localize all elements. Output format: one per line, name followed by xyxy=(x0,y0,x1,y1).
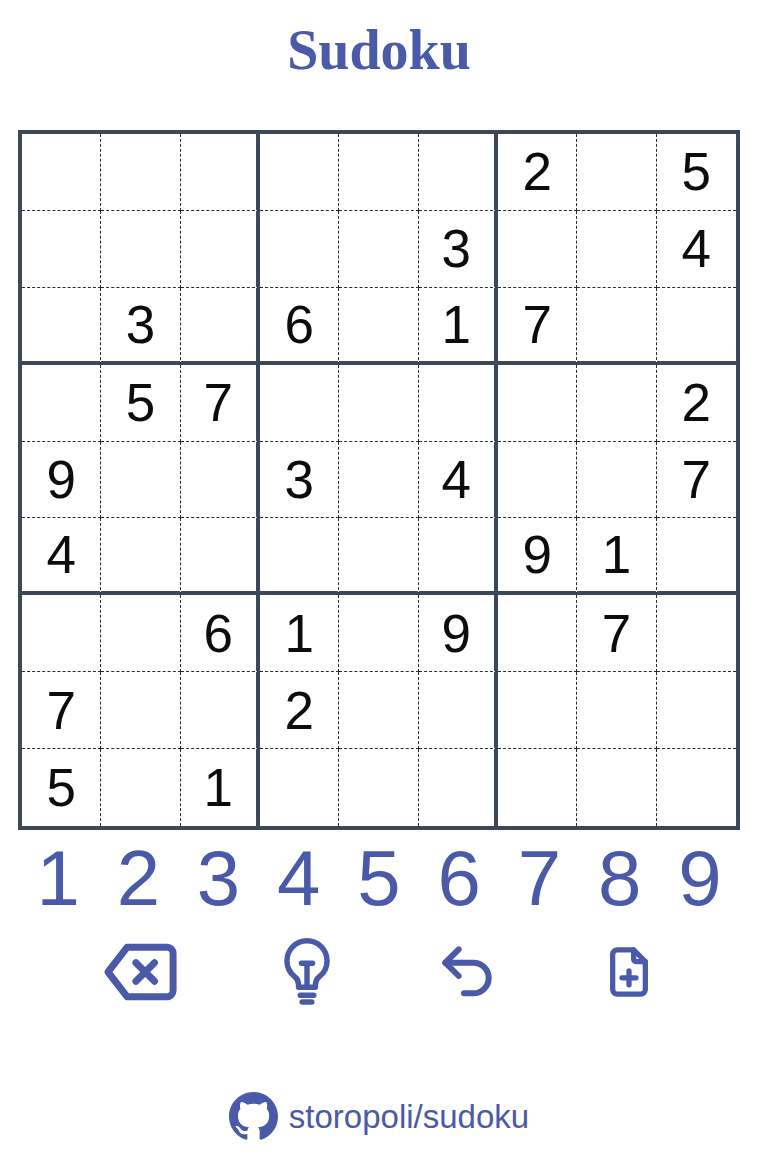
cell-r4c4[interactable] xyxy=(260,365,339,442)
cell-r3c4[interactable]: 6 xyxy=(260,288,339,365)
cell-r6c8[interactable]: 1 xyxy=(577,518,656,595)
cell-r6c9[interactable] xyxy=(657,518,736,595)
cell-r3c3[interactable] xyxy=(181,288,260,365)
cell-r3c5[interactable] xyxy=(339,288,418,365)
cell-r9c7[interactable] xyxy=(498,749,577,826)
cell-r1c4[interactable] xyxy=(260,134,339,211)
cell-r1c7[interactable]: 2 xyxy=(498,134,577,211)
numpad-5-button[interactable]: 5 xyxy=(339,836,419,920)
cell-r6c7[interactable]: 9 xyxy=(498,518,577,595)
cell-r6c5[interactable] xyxy=(339,518,418,595)
number-pad: 123456789 xyxy=(18,836,740,920)
cell-r9c3[interactable]: 1 xyxy=(181,749,260,826)
cell-r1c9[interactable]: 5 xyxy=(657,134,736,211)
cell-r8c8[interactable] xyxy=(577,672,656,749)
new-game-button[interactable] xyxy=(601,934,657,1010)
cell-r9c8[interactable] xyxy=(577,749,656,826)
cell-r4c8[interactable] xyxy=(577,365,656,442)
cell-r2c8[interactable] xyxy=(577,211,656,288)
numpad-1-button[interactable]: 1 xyxy=(18,836,98,920)
cell-r8c9[interactable] xyxy=(657,672,736,749)
numpad-8-button[interactable]: 8 xyxy=(580,836,660,920)
cell-r4c6[interactable] xyxy=(419,365,498,442)
cell-r8c2[interactable] xyxy=(101,672,180,749)
cell-r4c2[interactable]: 5 xyxy=(101,365,180,442)
cell-r6c4[interactable] xyxy=(260,518,339,595)
cell-r5c5[interactable] xyxy=(339,442,418,519)
cell-r3c1[interactable] xyxy=(22,288,101,365)
cell-r3c8[interactable] xyxy=(577,288,656,365)
cell-r4c7[interactable] xyxy=(498,365,577,442)
cell-r4c1[interactable] xyxy=(22,365,101,442)
cell-r6c3[interactable] xyxy=(181,518,260,595)
cell-r7c5[interactable] xyxy=(339,595,418,672)
repo-label: storopoli/sudoku xyxy=(289,1098,529,1136)
cell-r2c1[interactable] xyxy=(22,211,101,288)
cell-r8c4[interactable]: 2 xyxy=(260,672,339,749)
cell-r2c4[interactable] xyxy=(260,211,339,288)
cell-r2c5[interactable] xyxy=(339,211,418,288)
cell-r7c8[interactable]: 7 xyxy=(577,595,656,672)
numpad-3-button[interactable]: 3 xyxy=(178,836,258,920)
cell-r5c8[interactable] xyxy=(577,442,656,519)
sudoku-board: 25343617572934749161977251 xyxy=(18,130,740,830)
cell-r9c5[interactable] xyxy=(339,749,418,826)
hint-button[interactable] xyxy=(278,934,336,1010)
numpad-4-button[interactable]: 4 xyxy=(259,836,339,920)
numpad-9-button[interactable]: 9 xyxy=(660,836,740,920)
cell-r8c1[interactable]: 7 xyxy=(22,672,101,749)
file-plus-icon xyxy=(601,939,657,1005)
cell-r2c3[interactable] xyxy=(181,211,260,288)
cell-r2c2[interactable] xyxy=(101,211,180,288)
cell-r7c7[interactable] xyxy=(498,595,577,672)
cell-r8c5[interactable] xyxy=(339,672,418,749)
cell-r7c4[interactable]: 1 xyxy=(260,595,339,672)
backspace-x-icon xyxy=(101,941,177,1003)
cell-r8c7[interactable] xyxy=(498,672,577,749)
undo-button[interactable] xyxy=(436,934,500,1010)
cell-r8c3[interactable] xyxy=(181,672,260,749)
erase-button[interactable] xyxy=(101,934,177,1010)
cell-r4c5[interactable] xyxy=(339,365,418,442)
cell-r6c2[interactable] xyxy=(101,518,180,595)
cell-r2c7[interactable] xyxy=(498,211,577,288)
undo-arrow-icon xyxy=(436,940,500,1004)
cell-r1c3[interactable] xyxy=(181,134,260,211)
cell-r3c2[interactable]: 3 xyxy=(101,288,180,365)
cell-r7c2[interactable] xyxy=(101,595,180,672)
numpad-6-button[interactable]: 6 xyxy=(419,836,499,920)
cell-r5c6[interactable]: 4 xyxy=(419,442,498,519)
cell-r1c8[interactable] xyxy=(577,134,656,211)
cell-r7c9[interactable] xyxy=(657,595,736,672)
cell-r1c1[interactable] xyxy=(22,134,101,211)
cell-r3c6[interactable]: 1 xyxy=(419,288,498,365)
cell-r1c6[interactable] xyxy=(419,134,498,211)
numpad-2-button[interactable]: 2 xyxy=(98,836,178,920)
cell-r5c4[interactable]: 3 xyxy=(260,442,339,519)
cell-r5c7[interactable] xyxy=(498,442,577,519)
numpad-7-button[interactable]: 7 xyxy=(499,836,579,920)
cell-r9c2[interactable] xyxy=(101,749,180,826)
cell-r4c3[interactable]: 7 xyxy=(181,365,260,442)
cell-r6c1[interactable]: 4 xyxy=(22,518,101,595)
cell-r9c1[interactable]: 5 xyxy=(22,749,101,826)
cell-r6c6[interactable] xyxy=(419,518,498,595)
cell-r3c9[interactable] xyxy=(657,288,736,365)
cell-r1c2[interactable] xyxy=(101,134,180,211)
cell-r7c1[interactable] xyxy=(22,595,101,672)
cell-r5c2[interactable] xyxy=(101,442,180,519)
cell-r4c9[interactable]: 2 xyxy=(657,365,736,442)
cell-r5c9[interactable]: 7 xyxy=(657,442,736,519)
github-logo xyxy=(229,1092,278,1141)
page-title: Sudoku xyxy=(0,0,758,86)
cell-r5c1[interactable]: 9 xyxy=(22,442,101,519)
cell-r3c7[interactable]: 7 xyxy=(498,288,577,365)
toolbar xyxy=(0,934,758,1010)
cell-r9c6[interactable] xyxy=(419,749,498,826)
cell-r8c6[interactable] xyxy=(419,672,498,749)
cell-r2c9[interactable]: 4 xyxy=(657,211,736,288)
cell-r2c6[interactable]: 3 xyxy=(419,211,498,288)
cell-r7c6[interactable]: 9 xyxy=(419,595,498,672)
repo-link[interactable]: storopoli/sudoku xyxy=(0,1092,758,1141)
cell-r9c9[interactable] xyxy=(657,749,736,826)
cell-r9c4[interactable] xyxy=(260,749,339,826)
cell-r5c3[interactable] xyxy=(181,442,260,519)
cell-r1c5[interactable] xyxy=(339,134,418,211)
cell-r7c3[interactable]: 6 xyxy=(181,595,260,672)
lightbulb-icon xyxy=(278,935,336,1009)
